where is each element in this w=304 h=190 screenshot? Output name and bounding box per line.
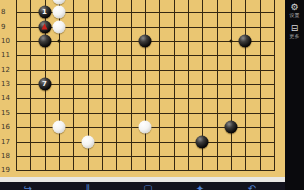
board-point-1-18[interactable] [9,149,23,163]
board-point-18-10[interactable] [252,34,266,48]
board-point-17-12[interactable] [238,63,252,77]
row-label-19: 19 [1,167,10,174]
board-point-8-19[interactable] [109,163,123,177]
board-point-17-18[interactable] [238,149,252,163]
board-point-12-9[interactable] [166,20,180,34]
board-point-15-9[interactable] [209,20,223,34]
board-point-16-10[interactable] [224,34,238,48]
board-point-10-9[interactable] [138,20,152,34]
board-point-4-11[interactable] [52,48,66,62]
board-point-12-18[interactable] [166,149,180,163]
board-point-2-14[interactable] [23,91,37,105]
board-point-2-9[interactable] [23,20,37,34]
board-point-15-14[interactable] [209,91,223,105]
board-point-9-14[interactable] [123,91,137,105]
board-point-9-12[interactable] [123,63,137,77]
board-point-1-12[interactable] [9,63,23,77]
board-point-15-12[interactable] [209,63,223,77]
move-number: 7 [42,81,47,88]
board-point-12-10[interactable] [166,34,180,48]
board-point-17-15[interactable] [238,106,252,120]
board-point-9-17[interactable] [123,134,137,148]
board-point-15-10[interactable] [209,34,223,48]
black-stone[interactable] [196,135,209,148]
board-point-2-10[interactable] [23,34,37,48]
board-point-19-19[interactable] [267,163,281,177]
board-point-12-16[interactable] [166,120,180,134]
board-point-11-15[interactable] [152,106,166,120]
board-point-13-16[interactable] [181,120,195,134]
board-point-4-10[interactable] [52,34,66,48]
board-point-2-19[interactable] [23,163,37,177]
board-point-17-8[interactable] [238,5,252,19]
board-point-13-11[interactable] [181,48,195,62]
board-point-14-8[interactable] [195,5,209,19]
board-point-13-14[interactable] [181,91,195,105]
board-point-12-11[interactable] [166,48,180,62]
more-icon: ⊟ [291,23,299,33]
board-point-19-13[interactable] [267,77,281,91]
board-point-14-10[interactable] [195,34,209,48]
board-point-1-11[interactable] [9,48,23,62]
board-point-5-12[interactable] [66,63,80,77]
board-point-3-19[interactable] [37,163,51,177]
board-point-16-14[interactable] [224,91,238,105]
board-point-14-13[interactable] [195,77,209,91]
board-point-18-12[interactable] [252,63,266,77]
board-point-5-10[interactable] [66,34,80,48]
row-label-10: 10 [1,38,10,45]
board-point-5-11[interactable] [66,48,80,62]
board-point-10-8[interactable] [138,5,152,19]
board-point-1-10[interactable] [9,34,23,48]
pause-icon[interactable]: ∥ [86,184,91,190]
board-point-8-8[interactable] [109,5,123,19]
board-point-6-8[interactable] [80,5,94,19]
board-point-16-19[interactable] [224,163,238,177]
analysis-icon[interactable]: ✦ [196,184,204,190]
board-point-14-12[interactable] [195,63,209,77]
board-point-11-11[interactable] [152,48,166,62]
row-label-11: 11 [1,52,10,59]
board-point-10-18[interactable] [138,149,152,163]
board-point-8-10[interactable] [109,34,123,48]
board-point-8-15[interactable] [109,106,123,120]
board-point-7-12[interactable] [95,63,109,77]
board-point-5-13[interactable] [66,77,80,91]
board-point-10-15[interactable] [138,106,152,120]
row-label-7: 7 [1,0,5,2]
board-point-9-11[interactable] [123,48,137,62]
board-point-19-9[interactable] [267,20,281,34]
board-point-17-19[interactable] [238,163,252,177]
board-point-2-17[interactable] [23,134,37,148]
row-label-17: 17 [1,138,10,145]
board-point-6-11[interactable] [80,48,94,62]
board-point-5-17[interactable] [66,134,80,148]
board-point-15-19[interactable] [209,163,223,177]
board-point-19-10[interactable] [267,34,281,48]
board-point-7-14[interactable] [95,91,109,105]
board-point-3-16[interactable] [37,120,51,134]
board-point-14-16[interactable] [195,120,209,134]
white-stone[interactable] [52,20,65,33]
board-point-19-11[interactable] [267,48,281,62]
board-point-11-12[interactable] [152,63,166,77]
board-point-6-16[interactable] [80,120,94,134]
board-point-6-15[interactable] [80,106,94,120]
board-point-17-13[interactable] [238,77,252,91]
board-point-17-9[interactable] [238,20,252,34]
board-point-12-17[interactable] [166,134,180,148]
board-point-14-15[interactable] [195,106,209,120]
board-point-18-19[interactable] [252,163,266,177]
row-label-9: 9 [1,23,5,30]
white-stone[interactable] [81,135,94,148]
board-point-6-18[interactable] [80,149,94,163]
board-point-10-19[interactable] [138,163,152,177]
board-point-11-9[interactable] [152,20,166,34]
board-point-18-18[interactable] [252,149,266,163]
board-point-8-17[interactable] [109,134,123,148]
black-stone[interactable] [38,20,51,33]
board-point-12-13[interactable] [166,77,180,91]
black-stone[interactable] [239,35,252,48]
board-point-4-14[interactable] [52,91,66,105]
board-point-16-11[interactable] [224,48,238,62]
board-point-7-18[interactable] [95,149,109,163]
white-stone[interactable] [52,121,65,134]
board-point-1-16[interactable] [9,120,23,134]
board-point-19-17[interactable] [267,134,281,148]
board-point-14-19[interactable] [195,163,209,177]
board-point-11-16[interactable] [152,120,166,134]
board-point-16-9[interactable] [224,20,238,34]
board-point-13-19[interactable] [181,163,195,177]
board-point-1-8[interactable] [9,5,23,19]
board-point-16-13[interactable] [224,77,238,91]
board-point-13-8[interactable] [181,5,195,19]
row-label-12: 12 [1,66,10,73]
white-stone[interactable] [138,121,151,134]
board-point-4-17[interactable] [52,134,66,148]
board-point-14-11[interactable] [195,48,209,62]
black-stone[interactable] [138,35,151,48]
board-point-2-11[interactable] [23,48,37,62]
sidebar-item-更多[interactable]: ⊟更多 [290,23,300,39]
board-point-13-13[interactable] [181,77,195,91]
board-point-2-8[interactable] [23,5,37,19]
board-point-6-12[interactable] [80,63,94,77]
board-point-7-17[interactable] [95,134,109,148]
board-point-5-14[interactable] [66,91,80,105]
board-point-4-15[interactable] [52,106,66,120]
board-point-8-18[interactable] [109,149,123,163]
board-point-7-11[interactable] [95,48,109,62]
board-point-14-14[interactable] [195,91,209,105]
row-label-15: 15 [1,109,10,116]
board-point-15-18[interactable] [209,149,223,163]
board-point-4-13[interactable] [52,77,66,91]
row-label-18: 18 [1,152,10,159]
go-app-screen: 78910111213141516171819 127 ↪∥▢✦↶ ⚙设置⊟更多 [0,0,304,190]
board-point-1-13[interactable] [9,77,23,91]
board-point-18-13[interactable] [252,77,266,91]
board-point-7-16[interactable] [95,120,109,134]
right-sidebar: ⚙设置⊟更多 [285,0,304,190]
board-point-9-16[interactable] [123,120,137,134]
board-point-16-12[interactable] [224,63,238,77]
board-point-9-13[interactable] [123,77,137,91]
board-point-13-15[interactable] [181,106,195,120]
board-point-6-14[interactable] [80,91,94,105]
last-move-marker-icon [42,24,48,30]
board-point-19-12[interactable] [267,63,281,77]
row-label-14: 14 [1,95,10,102]
board-point-18-11[interactable] [252,48,266,62]
move-number: 1 [42,9,47,16]
board-point-18-17[interactable] [252,134,266,148]
board-point-1-19[interactable] [9,163,23,177]
board-point-16-17[interactable] [224,134,238,148]
board-point-4-19[interactable] [52,163,66,177]
board-point-2-13[interactable] [23,77,37,91]
board-point-15-13[interactable] [209,77,223,91]
sidebar-item-label: 更多 [290,33,300,39]
board-point-5-15[interactable] [66,106,80,120]
board-point-18-15[interactable] [252,106,266,120]
board-point-18-16[interactable] [252,120,266,134]
board-point-8-16[interactable] [109,120,123,134]
board-point-4-18[interactable] [52,149,66,163]
board-point-10-14[interactable] [138,91,152,105]
board-point-18-9[interactable] [252,20,266,34]
board-point-13-9[interactable] [181,20,195,34]
branch-icon[interactable]: ↪ [24,184,32,190]
board-point-15-11[interactable] [209,48,223,62]
board-point-11-10[interactable] [152,34,166,48]
black-stone[interactable] [225,121,238,134]
board-point-7-19[interactable] [95,163,109,177]
board-point-9-19[interactable] [123,163,137,177]
board-point-7-15[interactable] [95,106,109,120]
board-point-9-10[interactable] [123,34,137,48]
board-point-5-8[interactable] [66,5,80,19]
board-point-10-12[interactable] [138,63,152,77]
board-point-8-12[interactable] [109,63,123,77]
board-point-12-15[interactable] [166,106,180,120]
board-point-17-11[interactable] [238,48,252,62]
board-point-9-18[interactable] [123,149,137,163]
board-point-15-8[interactable] [209,5,223,19]
board-point-11-18[interactable] [152,149,166,163]
board-point-5-18[interactable] [66,149,80,163]
board-point-10-17[interactable] [138,134,152,148]
board-point-8-13[interactable] [109,77,123,91]
board-point-3-15[interactable] [37,106,51,120]
board-point-18-14[interactable] [252,91,266,105]
board-point-1-17[interactable] [9,134,23,148]
board-point-14-9[interactable] [195,20,209,34]
board-point-7-10[interactable] [95,34,109,48]
board-point-6-9[interactable] [80,20,94,34]
board-point-8-14[interactable] [109,91,123,105]
board-point-19-14[interactable] [267,91,281,105]
board-point-12-19[interactable] [166,163,180,177]
go-board[interactable]: 78910111213141516171819 127 [0,0,285,177]
board-point-3-12[interactable] [37,63,51,77]
gear-icon: ⚙ [290,2,298,12]
board-point-17-16[interactable] [238,120,252,134]
board-point-9-15[interactable] [123,106,137,120]
board-point-6-13[interactable] [80,77,94,91]
board-point-5-16[interactable] [66,120,80,134]
row-label-16: 16 [1,124,10,131]
board-point-19-16[interactable] [267,120,281,134]
sidebar-item-设置[interactable]: ⚙设置 [290,2,300,18]
board-point-6-10[interactable] [80,34,94,48]
move-number: 2 [56,0,61,2]
board-point-7-13[interactable] [95,77,109,91]
board-point-1-15[interactable] [9,106,23,120]
white-stone[interactable] [52,6,65,19]
row-label-13: 13 [1,81,10,88]
board-point-14-18[interactable] [195,149,209,163]
black-stone[interactable] [38,35,51,48]
board-point-8-11[interactable] [109,48,123,62]
board-point-15-15[interactable] [209,106,223,120]
board-point-7-9[interactable] [95,20,109,34]
board-point-5-19[interactable] [66,163,80,177]
board-point-13-17[interactable] [181,134,195,148]
board-point-11-13[interactable] [152,77,166,91]
board-point-11-14[interactable] [152,91,166,105]
board-point-18-8[interactable] [252,5,266,19]
board-point-3-18[interactable] [37,149,51,163]
board-point-11-17[interactable] [152,134,166,148]
board-point-1-14[interactable] [9,91,23,105]
board-point-17-17[interactable] [238,134,252,148]
board-point-19-15[interactable] [267,106,281,120]
board-point-2-15[interactable] [23,106,37,120]
board-point-11-8[interactable] [152,5,166,19]
row-label-8: 8 [1,9,5,16]
board-point-10-11[interactable] [138,48,152,62]
board-point-9-9[interactable] [123,20,137,34]
sidebar-item-label: 设置 [290,12,300,18]
board-point-12-12[interactable] [166,63,180,77]
board-point-5-9[interactable] [66,20,80,34]
board-point-17-14[interactable] [238,91,252,105]
board-point-8-9[interactable] [109,20,123,34]
board-point-10-13[interactable] [138,77,152,91]
board-point-3-17[interactable] [37,134,51,148]
black-stone[interactable]: 1 [38,6,51,19]
undo-icon[interactable]: ↶ [248,184,256,190]
board-point-19-18[interactable] [267,149,281,163]
board-point-9-8[interactable] [123,5,137,19]
territory-icon[interactable]: ▢ [143,184,152,190]
bottom-toolbar: ↪∥▢✦↶ [0,182,304,190]
board-point-12-14[interactable] [166,91,180,105]
board-point-6-19[interactable] [80,163,94,177]
board-point-13-18[interactable] [181,149,195,163]
board-point-12-8[interactable] [166,5,180,19]
board-point-4-12[interactable] [52,63,66,77]
board-point-13-10[interactable] [181,34,195,48]
board-point-16-18[interactable] [224,149,238,163]
board-point-3-14[interactable] [37,91,51,105]
board-point-2-16[interactable] [23,120,37,134]
board-point-3-11[interactable] [37,48,51,62]
board-point-19-8[interactable] [267,5,281,19]
board-point-13-12[interactable] [181,63,195,77]
board-point-16-15[interactable] [224,106,238,120]
board-point-15-16[interactable] [209,120,223,134]
board-point-2-12[interactable] [23,63,37,77]
board-point-2-18[interactable] [23,149,37,163]
board-point-16-8[interactable] [224,5,238,19]
black-stone[interactable]: 7 [38,78,51,91]
board-point-11-19[interactable] [152,163,166,177]
board-point-1-9[interactable] [9,20,23,34]
board-point-7-8[interactable] [95,5,109,19]
board-point-15-17[interactable] [209,134,223,148]
